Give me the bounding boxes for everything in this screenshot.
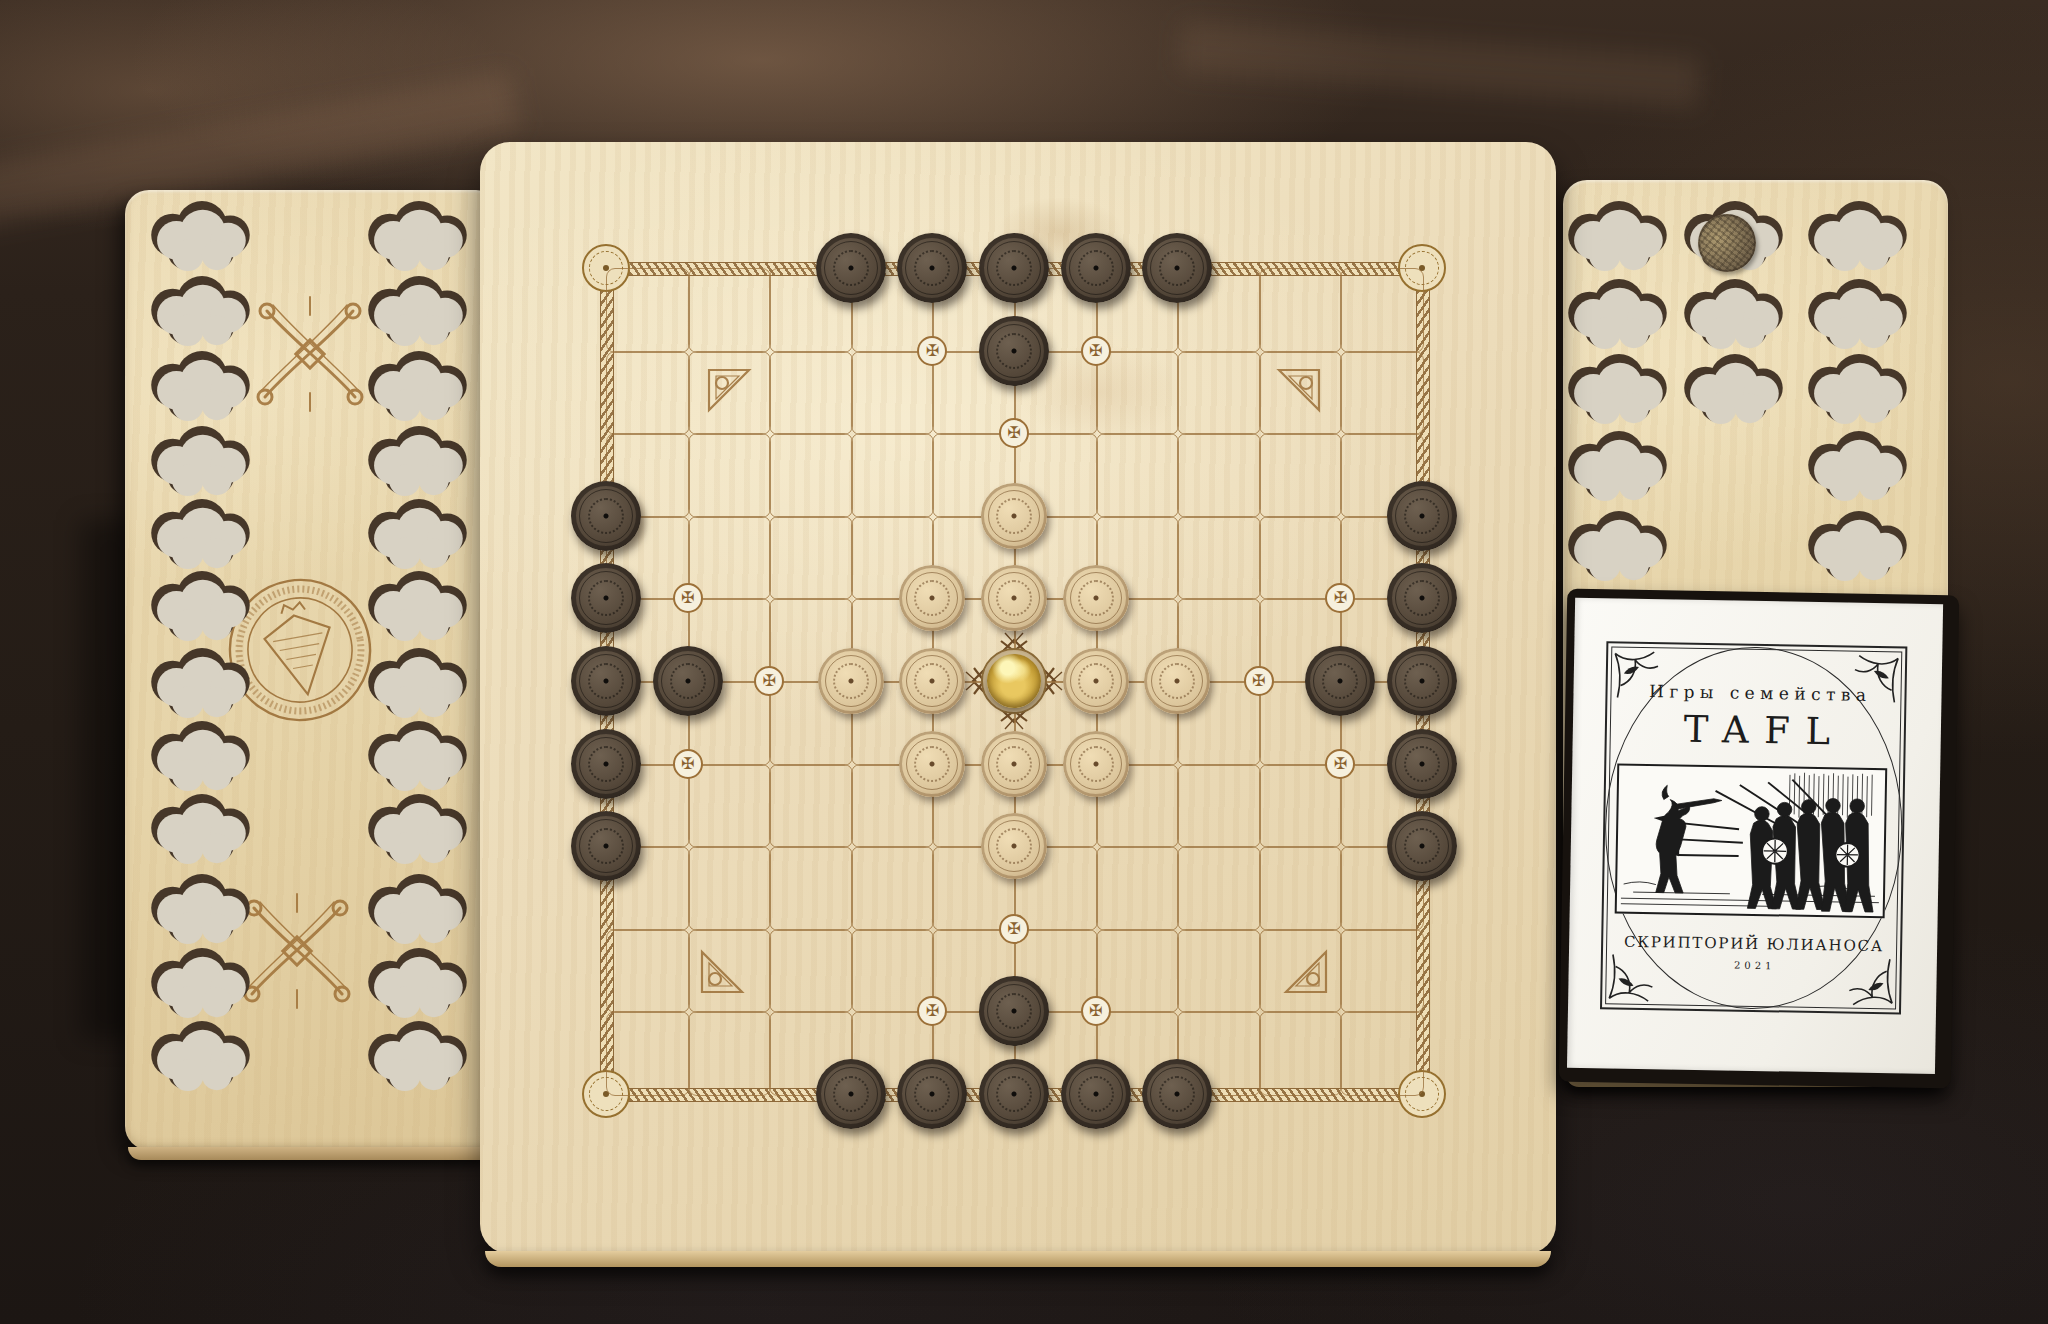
grid-cell [1096, 351, 1180, 436]
maltese-cross-icon: ✠ [1089, 343, 1102, 359]
scene: ✠✠✠✠✠✠✠✠✠✠✠✠ Игры семейства TAFL [0, 0, 2048, 1324]
game-board: ✠✠✠✠✠✠✠✠✠✠✠✠ [480, 142, 1556, 1254]
grid-cell [606, 929, 690, 1014]
defender-piece-g7[interactable] [1063, 565, 1129, 631]
rosette-marker: ✠ [754, 666, 784, 696]
rosette-marker: ✠ [999, 914, 1029, 944]
tray-hole [358, 793, 476, 873]
attacker-piece-j6[interactable] [1305, 646, 1375, 716]
grid-cell [688, 1011, 772, 1096]
grid-cell [1177, 433, 1261, 518]
tray-hole [141, 720, 259, 800]
tray-hole [1674, 278, 1792, 358]
tray-hole [1558, 510, 1676, 590]
grid-cell [688, 929, 772, 1014]
defender-piece-e5[interactable] [899, 731, 965, 797]
grid-cell [1177, 516, 1261, 601]
grid-cell [1177, 764, 1261, 849]
left-piece-tray [125, 190, 500, 1150]
tray-hole [1798, 353, 1916, 433]
rosette-marker: ✠ [673, 749, 703, 779]
defender-piece-f8[interactable] [981, 483, 1047, 549]
maltese-cross-icon: ✠ [926, 1003, 939, 1019]
tray-hole [1798, 510, 1916, 590]
maltese-cross-icon: ✠ [1252, 673, 1265, 689]
grid-cell [851, 846, 935, 931]
tray-hole [1798, 430, 1916, 510]
maltese-cross-icon: ✠ [681, 756, 694, 772]
grid-cell [1259, 846, 1343, 931]
rosette-marker: ✠ [999, 418, 1029, 448]
tray-hole [1558, 430, 1676, 510]
attacker-piece-h11[interactable] [1142, 233, 1212, 303]
king-piece-f6[interactable] [981, 648, 1047, 714]
grid-cell [606, 1011, 690, 1096]
attacker-piece-k5[interactable] [1387, 729, 1457, 799]
tray-hole [1558, 200, 1676, 280]
defender-piece-g5[interactable] [1063, 731, 1129, 797]
rosette-marker: ✠ [1081, 996, 1111, 1026]
maltese-cross-icon: ✠ [926, 343, 939, 359]
rosette-marker: ✠ [673, 583, 703, 613]
king-dome [987, 654, 1041, 708]
tray-hole [358, 200, 476, 280]
grid-cell [688, 764, 772, 849]
grid-cell [688, 433, 772, 518]
tray-hole [1674, 353, 1792, 433]
grid-cell [1177, 351, 1261, 436]
rosette-marker: ✠ [1325, 749, 1355, 779]
attacker-piece-a4[interactable] [571, 811, 641, 881]
defender-piece-d6[interactable] [818, 648, 884, 714]
booklet-title: TAFL [1573, 706, 1942, 755]
grid-cell [769, 351, 853, 436]
maltese-cross-icon: ✠ [681, 590, 694, 606]
grid-cell [688, 351, 772, 436]
rules-booklet[interactable]: Игры семейства TAFL [1559, 589, 1960, 1089]
attacker-piece-k7[interactable] [1387, 563, 1457, 633]
defender-piece-h6[interactable] [1144, 648, 1210, 714]
tray-hole [141, 793, 259, 873]
defender-piece-f4[interactable] [981, 813, 1047, 879]
grid-cell [769, 433, 853, 518]
tray-hole [358, 647, 476, 727]
defender-piece-e7[interactable] [899, 565, 965, 631]
attacker-piece-e11[interactable] [897, 233, 967, 303]
grid-cell [1259, 433, 1343, 518]
tray-hole [358, 570, 476, 650]
grid-cell [1340, 351, 1424, 436]
maltese-cross-icon: ✠ [1007, 921, 1020, 937]
tray-hole [358, 498, 476, 578]
grid-cell [688, 268, 772, 353]
tray-hole [1798, 200, 1916, 280]
tray-hole [358, 873, 476, 953]
attacker-piece-h1[interactable] [1142, 1059, 1212, 1129]
attacker-piece-f1[interactable] [979, 1059, 1049, 1129]
grid-cell [1259, 351, 1343, 436]
attacker-piece-g1[interactable] [1061, 1059, 1131, 1129]
defender-piece-f7[interactable] [981, 565, 1047, 631]
tray-hole [141, 275, 259, 355]
tray-hole [358, 350, 476, 430]
grid-cell [1096, 929, 1180, 1014]
attacker-piece-k8[interactable] [1387, 481, 1457, 551]
grid-cell [1177, 929, 1261, 1014]
maltese-cross-icon: ✠ [1007, 425, 1020, 441]
maltese-cross-icon: ✠ [1334, 756, 1347, 772]
rosette-marker: ✠ [1081, 336, 1111, 366]
attacker-piece-a5[interactable] [571, 729, 641, 799]
tray-hole [141, 570, 259, 650]
grid-cell [606, 351, 690, 436]
defender-piece-e6[interactable] [899, 648, 965, 714]
tray-hole [141, 200, 259, 280]
grid-cell [1259, 1011, 1343, 1096]
tray-hole [141, 873, 259, 953]
defender-piece-g6[interactable] [1063, 648, 1129, 714]
cross-knot-emblem-icon [245, 285, 375, 421]
maltese-cross-icon: ✠ [1334, 590, 1347, 606]
tray-hole [141, 350, 259, 430]
maltese-cross-icon: ✠ [762, 673, 775, 689]
grid-cell [1259, 268, 1343, 353]
grid-cell [1096, 433, 1180, 518]
tray-hole [358, 947, 476, 1027]
grid-cell [769, 764, 853, 849]
grid-cell [1340, 268, 1424, 353]
grid-cell [688, 846, 772, 931]
leather-fold [1179, 22, 1701, 108]
maltese-cross-icon: ✠ [1089, 1003, 1102, 1019]
grid-cell [606, 268, 690, 353]
grid-cell [1340, 1011, 1424, 1096]
attacker-piece-a7[interactable] [571, 563, 641, 633]
tray-hole [358, 1020, 476, 1100]
tray-hole [141, 1020, 259, 1100]
booklet-cover: Игры семейства TAFL [1567, 598, 1943, 1074]
tray-hole [358, 275, 476, 355]
grid-cell [769, 929, 853, 1014]
grid-cell [1096, 846, 1180, 931]
tray-hole [1558, 278, 1676, 358]
grid-cell [851, 351, 935, 436]
attacker-piece-a8[interactable] [571, 481, 641, 551]
attacker-piece-k4[interactable] [1387, 811, 1457, 881]
tray-hole [141, 498, 259, 578]
woodcut-illustration [1615, 764, 1888, 919]
tray-hole [1558, 353, 1676, 433]
attacker-piece-g11[interactable] [1061, 233, 1131, 303]
stored-spare-piece[interactable] [1698, 214, 1756, 272]
tray-hole [358, 425, 476, 505]
grid-cell [1259, 929, 1343, 1014]
board-edge [485, 1251, 1551, 1267]
grid-cell [688, 516, 772, 601]
attacker-piece-f11[interactable] [979, 233, 1049, 303]
grid-cell [1177, 846, 1261, 931]
attacker-piece-f10[interactable] [979, 316, 1049, 386]
tray-hole [141, 647, 259, 727]
attacker-piece-b6[interactable] [653, 646, 723, 716]
grid-cell [851, 433, 935, 518]
tray-hole [141, 425, 259, 505]
grid-cell [1340, 929, 1424, 1014]
attacker-piece-a6[interactable] [571, 646, 641, 716]
tray-hole [1798, 278, 1916, 358]
attacker-piece-e1[interactable] [897, 1059, 967, 1129]
grid-cell [769, 846, 853, 931]
attacker-piece-k6[interactable] [1387, 646, 1457, 716]
defender-piece-f5[interactable] [981, 731, 1047, 797]
grid-cell [769, 516, 853, 601]
tray-edge [128, 1147, 497, 1160]
tray-hole [141, 947, 259, 1027]
rosette-marker: ✠ [917, 336, 947, 366]
rosette-marker: ✠ [1244, 666, 1274, 696]
grid-cell [1259, 764, 1343, 849]
attacker-piece-d11[interactable] [816, 233, 886, 303]
tray-hole [358, 720, 476, 800]
attacker-piece-f2[interactable] [979, 976, 1049, 1046]
attacker-piece-d1[interactable] [816, 1059, 886, 1129]
